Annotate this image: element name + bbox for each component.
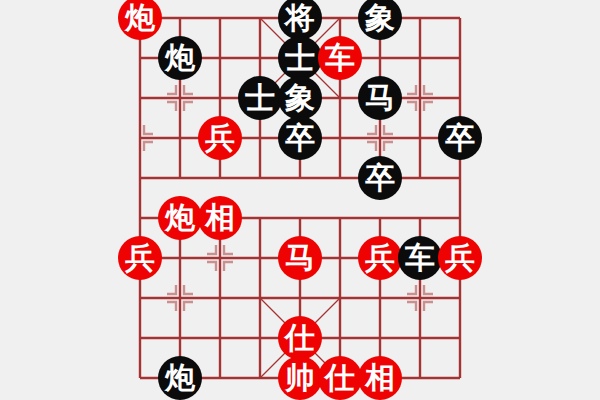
piece-black-elephant[interactable]: 象 (358, 0, 402, 40)
piece-black-soldier[interactable]: 卒 (438, 116, 482, 160)
piece-black-cannon[interactable]: 炮 (158, 36, 202, 80)
piece-red-cannon[interactable]: 炮 (118, 0, 162, 40)
piece-black-chariot[interactable]: 车 (398, 236, 442, 280)
piece-red-advisor[interactable]: 仕 (318, 356, 362, 400)
piece-black-advisor[interactable]: 士 (238, 76, 282, 120)
piece-black-advisor[interactable]: 士 (278, 36, 322, 80)
piece-red-soldier[interactable]: 兵 (438, 236, 482, 280)
piece-red-elephant[interactable]: 相 (358, 356, 402, 400)
xiangqi-app-window: 炮将象炮士车士象马兵卒卒卒炮相兵马兵车兵仕炮帅仕相 (0, 0, 600, 400)
xiangqi-board[interactable]: 炮将象炮士车士象马兵卒卒卒炮相兵马兵车兵仕炮帅仕相 (120, 0, 480, 398)
piece-black-cannon[interactable]: 炮 (158, 356, 202, 400)
piece-red-elephant[interactable]: 相 (198, 196, 242, 240)
piece-red-chariot[interactable]: 车 (318, 36, 362, 80)
piece-black-general[interactable]: 将 (278, 0, 322, 40)
piece-red-soldier[interactable]: 兵 (358, 236, 402, 280)
piece-black-soldier[interactable]: 卒 (358, 156, 402, 200)
piece-red-horse[interactable]: 马 (278, 236, 322, 280)
piece-red-soldier[interactable]: 兵 (198, 116, 242, 160)
piece-red-soldier[interactable]: 兵 (118, 236, 162, 280)
piece-red-king[interactable]: 帅 (278, 356, 322, 400)
piece-black-soldier[interactable]: 卒 (278, 116, 322, 160)
piece-black-elephant[interactable]: 象 (278, 76, 322, 120)
piece-red-advisor[interactable]: 仕 (278, 316, 322, 360)
piece-red-cannon[interactable]: 炮 (158, 196, 202, 240)
piece-black-horse[interactable]: 马 (358, 76, 402, 120)
